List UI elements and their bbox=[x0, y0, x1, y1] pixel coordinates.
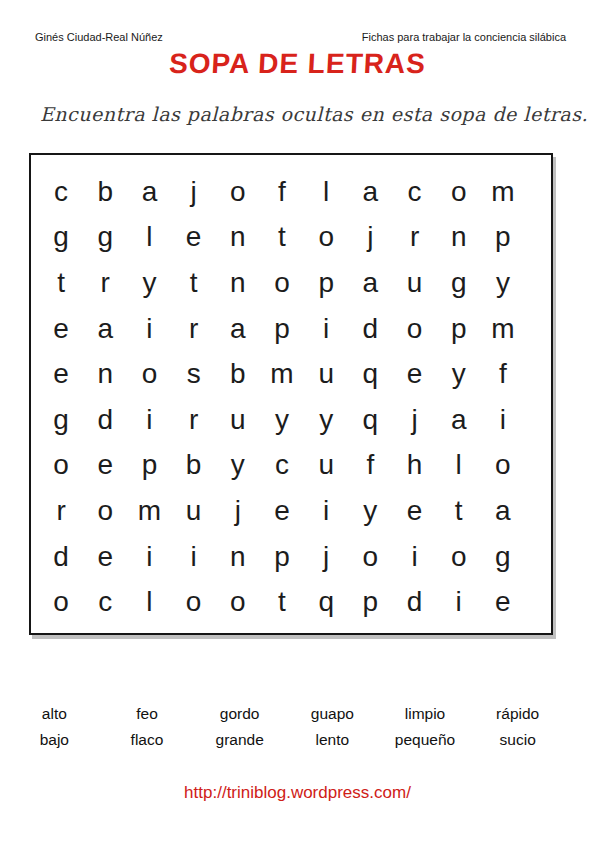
word-column: altobajo bbox=[8, 701, 101, 753]
grid-cell[interactable]: y bbox=[348, 488, 392, 534]
grid-cell[interactable]: r bbox=[172, 306, 216, 352]
grid-cell[interactable]: a bbox=[83, 306, 127, 352]
series-title: Fichas para trabajar la conciencia siláb… bbox=[362, 31, 566, 43]
grid-cell[interactable]: j bbox=[392, 397, 436, 443]
grid-cell[interactable]: n bbox=[216, 260, 260, 306]
word-item: guapo bbox=[286, 701, 379, 727]
grid-cell[interactable]: o bbox=[348, 534, 392, 580]
grid-cell[interactable]: e bbox=[83, 443, 127, 489]
grid-cell[interactable]: p bbox=[437, 306, 481, 352]
grid-cell[interactable]: j bbox=[304, 534, 348, 580]
grid-cell[interactable]: c bbox=[39, 169, 83, 215]
grid-cell[interactable]: o bbox=[437, 169, 481, 215]
grid-cell[interactable]: u bbox=[304, 443, 348, 489]
word-list: altobajofeoflacogordograndeguapolentolim… bbox=[8, 701, 564, 753]
grid-cell[interactable]: a bbox=[127, 169, 171, 215]
grid-cell[interactable]: t bbox=[260, 215, 304, 261]
grid-cell[interactable]: n bbox=[216, 215, 260, 261]
grid-cell[interactable]: a bbox=[348, 169, 392, 215]
instruction-text: Encuentra las palabras ocultas en esta s… bbox=[40, 103, 588, 125]
grid-cell[interactable]: l bbox=[127, 215, 171, 261]
grid-cell[interactable]: o bbox=[83, 488, 127, 534]
grid-cell[interactable]: y bbox=[260, 397, 304, 443]
grid-cell[interactable]: g bbox=[39, 397, 83, 443]
word-item: flaco bbox=[101, 727, 194, 753]
grid-cell[interactable]: s bbox=[172, 351, 216, 397]
worksheet-page: Ginés Ciudad-Real Núñez Fichas para trab… bbox=[0, 0, 595, 842]
grid-cell[interactable]: a bbox=[481, 488, 525, 534]
grid-cell[interactable]: i bbox=[304, 306, 348, 352]
word-item: grande bbox=[193, 727, 286, 753]
grid-cell[interactable]: g bbox=[437, 260, 481, 306]
grid-cell[interactable]: o bbox=[392, 306, 436, 352]
grid-cell[interactable]: q bbox=[348, 397, 392, 443]
grid-cell[interactable]: l bbox=[304, 169, 348, 215]
grid-cell[interactable]: c bbox=[83, 579, 127, 625]
grid-cell[interactable]: o bbox=[216, 169, 260, 215]
word-column: guapolento bbox=[286, 701, 379, 753]
grid-cell[interactable]: d bbox=[39, 534, 83, 580]
grid-cell[interactable]: n bbox=[437, 215, 481, 261]
grid-cell[interactable]: m bbox=[481, 306, 525, 352]
grid-cell[interactable]: t bbox=[260, 579, 304, 625]
grid-cell[interactable]: d bbox=[348, 306, 392, 352]
grid-cell[interactable]: e bbox=[83, 534, 127, 580]
grid-cell[interactable]: o bbox=[216, 579, 260, 625]
word-item: lento bbox=[286, 727, 379, 753]
grid-cell[interactable]: i bbox=[127, 306, 171, 352]
grid-cell[interactable]: p bbox=[127, 443, 171, 489]
word-item: rápido bbox=[471, 701, 564, 727]
grid-cell[interactable]: r bbox=[39, 488, 83, 534]
grid-cell[interactable]: p bbox=[348, 579, 392, 625]
page-title: SOPA DE LETRAS bbox=[0, 48, 595, 80]
grid-cell[interactable]: o bbox=[481, 443, 525, 489]
grid-cell[interactable]: i bbox=[304, 488, 348, 534]
grid-cell[interactable]: c bbox=[392, 169, 436, 215]
word-item: pequeño bbox=[379, 727, 472, 753]
grid-cell[interactable]: e bbox=[392, 351, 436, 397]
grid-cell[interactable]: b bbox=[172, 443, 216, 489]
grid-cell[interactable]: p bbox=[260, 534, 304, 580]
grid-cell[interactable]: l bbox=[437, 443, 481, 489]
grid-cell[interactable]: h bbox=[392, 443, 436, 489]
grid-cell[interactable]: o bbox=[127, 351, 171, 397]
grid-cell[interactable]: j bbox=[216, 488, 260, 534]
word-column: gordogrande bbox=[193, 701, 286, 753]
grid-cell[interactable]: a bbox=[348, 260, 392, 306]
grid-cell[interactable]: t bbox=[39, 260, 83, 306]
grid-cell[interactable]: n bbox=[216, 534, 260, 580]
footer-link[interactable]: http://triniblog.wordpress.com/ bbox=[0, 783, 595, 803]
word-item: gordo bbox=[193, 701, 286, 727]
grid-cell[interactable]: i bbox=[437, 579, 481, 625]
grid-cell[interactable]: q bbox=[304, 579, 348, 625]
word-item: bajo bbox=[8, 727, 101, 753]
grid-cell[interactable]: j bbox=[172, 169, 216, 215]
grid-cell[interactable]: b bbox=[83, 169, 127, 215]
grid-cell[interactable]: g bbox=[481, 534, 525, 580]
grid-cell[interactable]: u bbox=[392, 260, 436, 306]
grid-cell[interactable]: a bbox=[216, 306, 260, 352]
author-credit: Ginés Ciudad-Real Núñez bbox=[35, 31, 163, 43]
grid-cell[interactable]: u bbox=[216, 397, 260, 443]
grid-cell[interactable]: y bbox=[127, 260, 171, 306]
grid-cell[interactable]: e bbox=[172, 215, 216, 261]
grid-cell[interactable]: o bbox=[39, 579, 83, 625]
grid-cell[interactable]: e bbox=[392, 488, 436, 534]
grid-cell[interactable]: o bbox=[304, 215, 348, 261]
grid-cell[interactable]: g bbox=[39, 215, 83, 261]
grid-cell[interactable]: i bbox=[127, 397, 171, 443]
grid-cell[interactable]: i bbox=[127, 534, 171, 580]
grid-cell[interactable]: o bbox=[260, 260, 304, 306]
word-column: rápidosucio bbox=[471, 701, 564, 753]
grid-cell[interactable]: r bbox=[83, 260, 127, 306]
word-item: feo bbox=[101, 701, 194, 727]
grid-cell[interactable]: o bbox=[172, 579, 216, 625]
grid-cell[interactable]: b bbox=[216, 351, 260, 397]
grid-cell[interactable]: i bbox=[481, 397, 525, 443]
word-column: limpiopequeño bbox=[379, 701, 472, 753]
grid-cell[interactable]: y bbox=[216, 443, 260, 489]
grid-cell[interactable]: t bbox=[437, 488, 481, 534]
grid-cell[interactable]: e bbox=[39, 306, 83, 352]
grid-cell[interactable]: f bbox=[348, 443, 392, 489]
grid-cell[interactable]: p bbox=[481, 215, 525, 261]
grid-cell[interactable]: p bbox=[260, 306, 304, 352]
grid-cell[interactable]: d bbox=[392, 579, 436, 625]
word-item: limpio bbox=[379, 701, 472, 727]
grid-cell[interactable]: e bbox=[39, 351, 83, 397]
grid-cell[interactable]: u bbox=[304, 351, 348, 397]
word-search-board: cbajoflacomgglentojrnptrytnopaugyeairapi… bbox=[29, 153, 553, 635]
grid-cell[interactable]: i bbox=[392, 534, 436, 580]
grid-cell[interactable]: e bbox=[260, 488, 304, 534]
grid-cell[interactable]: f bbox=[260, 169, 304, 215]
grid-cell[interactable]: y bbox=[304, 397, 348, 443]
grid-cell[interactable]: n bbox=[83, 351, 127, 397]
word-item: alto bbox=[8, 701, 101, 727]
grid-cell[interactable]: d bbox=[83, 397, 127, 443]
page-header: Ginés Ciudad-Real Núñez Fichas para trab… bbox=[35, 31, 566, 43]
letter-grid: cbajoflacomgglentojrnptrytnopaugyeairapi… bbox=[31, 155, 551, 633]
grid-cell[interactable]: u bbox=[172, 488, 216, 534]
grid-cell[interactable]: e bbox=[481, 579, 525, 625]
grid-cell[interactable]: r bbox=[172, 397, 216, 443]
grid-cell[interactable]: l bbox=[127, 579, 171, 625]
grid-cell[interactable]: f bbox=[481, 351, 525, 397]
grid-cell[interactable]: j bbox=[348, 215, 392, 261]
grid-cell[interactable]: c bbox=[260, 443, 304, 489]
grid-cell[interactable]: i bbox=[172, 534, 216, 580]
grid-cell[interactable]: p bbox=[304, 260, 348, 306]
grid-cell[interactable]: y bbox=[437, 351, 481, 397]
word-column: feoflaco bbox=[101, 701, 194, 753]
grid-cell[interactable]: q bbox=[348, 351, 392, 397]
grid-cell[interactable]: y bbox=[481, 260, 525, 306]
grid-cell[interactable]: g bbox=[83, 215, 127, 261]
word-item: sucio bbox=[471, 727, 564, 753]
grid-cell[interactable]: o bbox=[39, 443, 83, 489]
grid-cell[interactable]: t bbox=[172, 260, 216, 306]
grid-cell[interactable]: a bbox=[437, 397, 481, 443]
grid-cell[interactable]: m bbox=[127, 488, 171, 534]
grid-cell[interactable]: m bbox=[481, 169, 525, 215]
grid-cell[interactable]: r bbox=[392, 215, 436, 261]
grid-cell[interactable]: o bbox=[437, 534, 481, 580]
grid-cell[interactable]: m bbox=[260, 351, 304, 397]
